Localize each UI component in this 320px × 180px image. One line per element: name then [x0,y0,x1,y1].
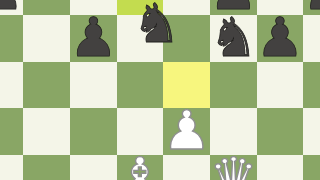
black-knight-animating-d7-e5[interactable]: ♞ [133,4,180,51]
white-pawn-e4[interactable]: ♟ [163,111,210,158]
white-bishop-d3[interactable]: ♝ [117,158,164,180]
square-b6[interactable] [23,15,70,62]
square-a4[interactable] [0,108,23,155]
black-pawn-g6[interactable]: ♟ [257,18,304,65]
square-b5[interactable] [23,62,70,109]
square-b3[interactable] [23,155,70,180]
square-a5[interactable] [0,62,23,109]
black-pawn-h7[interactable]: ♟ [303,0,320,18]
white-queen-f3[interactable]: ♛ [210,158,257,180]
black-pawn-a7[interactable]: ♟ [0,0,23,18]
square-g3[interactable] [257,155,304,180]
square-h3[interactable] [303,155,320,180]
square-c3[interactable] [70,155,117,180]
square-d5[interactable] [117,62,164,109]
black-pawn-c6[interactable]: ♟ [70,18,117,65]
square-b4[interactable] [23,108,70,155]
square-c4[interactable] [70,108,117,155]
square-h4[interactable] [303,108,320,155]
square-a3[interactable] [0,155,23,180]
chess-board[interactable]: ♟♟♟♟♞♟♟♝♛♞ [0,0,320,180]
square-g4[interactable] [257,108,304,155]
square-h5[interactable] [303,62,320,109]
chess-board-viewport: ♟♟♟♟♞♟♟♝♛♞ [0,0,320,180]
square-b7[interactable] [23,0,70,15]
black-knight-f6[interactable]: ♞ [210,18,257,65]
